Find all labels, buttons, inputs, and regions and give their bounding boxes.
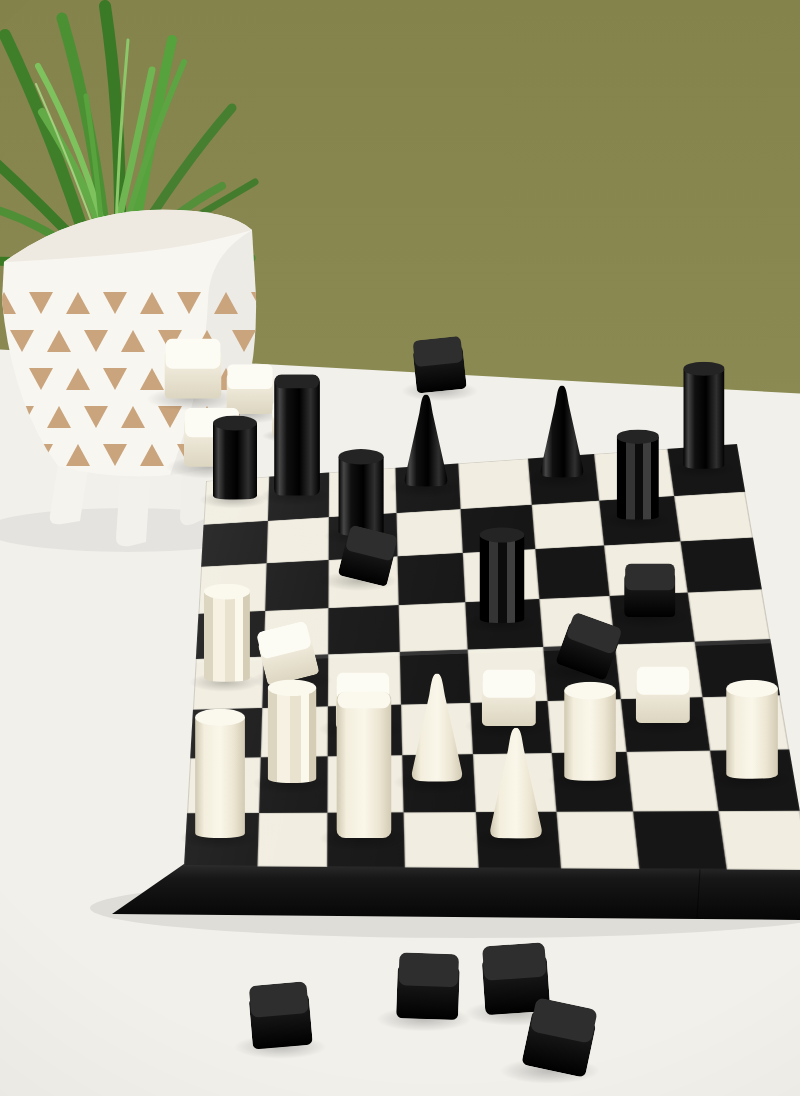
square-a5 [196, 609, 263, 659]
square-e5 [465, 597, 540, 649]
square-d1 [401, 810, 479, 868]
square-g8 [594, 449, 671, 499]
square-c5 [328, 603, 397, 654]
square-c7 [329, 511, 395, 560]
square-f1 [553, 809, 639, 869]
square-a2 [187, 757, 258, 811]
square-h6 [678, 538, 762, 591]
square-g7 [599, 494, 678, 545]
square-g6 [604, 542, 684, 594]
square-e3 [470, 699, 548, 754]
square-b3 [258, 704, 328, 757]
square-f8 [525, 454, 599, 503]
square-a8 [204, 477, 267, 523]
square-d3 [398, 701, 473, 755]
square-h7 [671, 490, 753, 542]
square-g1 [633, 809, 724, 870]
square-a4 [193, 657, 261, 708]
square-g5 [609, 591, 691, 645]
square-h5 [684, 587, 770, 642]
square-g4 [615, 642, 699, 697]
square-c3 [328, 703, 400, 757]
square-f4 [540, 644, 620, 699]
square-e2 [473, 753, 553, 810]
square-f2 [549, 752, 633, 810]
photo-scene [0, 0, 800, 1096]
square-a7 [201, 519, 265, 566]
square-h8 [665, 444, 745, 494]
square-c4 [328, 652, 398, 704]
square-g2 [627, 751, 715, 809]
square-d7 [394, 507, 463, 556]
square-h1 [715, 808, 800, 870]
square-h3 [699, 693, 789, 751]
square-d6 [395, 553, 465, 603]
square-b8 [265, 472, 329, 519]
square-a6 [199, 563, 265, 612]
square-b6 [263, 560, 329, 609]
square-b4 [260, 654, 329, 706]
square-b2 [256, 756, 327, 810]
square-e6 [463, 549, 537, 600]
square-c8 [329, 468, 394, 515]
square-d4 [397, 650, 470, 703]
square-c1 [327, 810, 402, 867]
square-e4 [468, 647, 545, 701]
square-h4 [692, 639, 780, 695]
square-f6 [532, 545, 609, 597]
square-h2 [707, 749, 800, 808]
square-g3 [621, 695, 707, 752]
square-e8 [458, 459, 529, 508]
square-a1 [184, 811, 256, 867]
chess-board [184, 444, 800, 870]
plinth-front-face [112, 864, 800, 920]
square-e7 [460, 503, 532, 553]
square-f7 [529, 499, 604, 549]
square-d8 [393, 463, 461, 511]
square-e1 [476, 809, 558, 868]
square-b7 [264, 515, 329, 563]
square-d2 [399, 754, 475, 810]
square-c2 [327, 755, 400, 810]
square-a3 [190, 706, 259, 758]
square-f3 [544, 697, 626, 753]
square-b1 [255, 810, 328, 866]
square-b5 [261, 606, 328, 656]
square-c6 [328, 556, 395, 606]
square-f5 [536, 594, 615, 647]
square-d5 [396, 600, 468, 652]
